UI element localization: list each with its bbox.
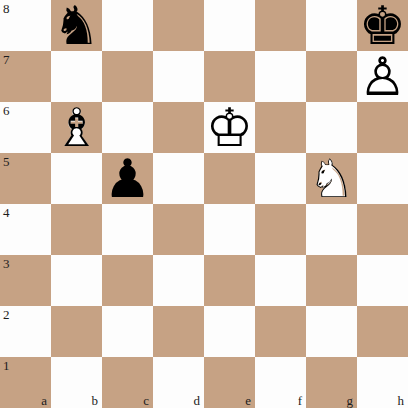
square-a5[interactable]: 5 bbox=[0, 153, 51, 204]
square-b3[interactable] bbox=[51, 255, 102, 306]
square-c3[interactable] bbox=[102, 255, 153, 306]
rank-label-8: 8 bbox=[3, 2, 10, 15]
black-piece-glyph: ♚ bbox=[357, 0, 408, 51]
square-g1[interactable]: g bbox=[306, 357, 357, 408]
file-label-h: h bbox=[398, 394, 405, 407]
square-d8[interactable] bbox=[153, 0, 204, 51]
square-c2[interactable] bbox=[102, 306, 153, 357]
piece-white-king[interactable]: ♚♔ bbox=[204, 102, 255, 153]
file-label-d: d bbox=[194, 394, 201, 407]
square-h6[interactable] bbox=[357, 102, 408, 153]
square-c1[interactable]: c bbox=[102, 357, 153, 408]
file-label-a: a bbox=[41, 394, 47, 407]
piece-white-knight[interactable]: ♞♘ bbox=[306, 153, 357, 204]
square-c8[interactable] bbox=[102, 0, 153, 51]
black-piece-glyph: ♞ bbox=[51, 0, 102, 51]
white-piece-outline: ♘ bbox=[306, 153, 357, 204]
rank-label-4: 4 bbox=[3, 206, 10, 219]
square-h4[interactable] bbox=[357, 204, 408, 255]
square-b5[interactable] bbox=[51, 153, 102, 204]
square-f1[interactable]: f bbox=[255, 357, 306, 408]
square-a7[interactable]: 7 bbox=[0, 51, 51, 102]
file-label-g: g bbox=[347, 394, 354, 407]
square-a2[interactable]: 2 bbox=[0, 306, 51, 357]
square-d1[interactable]: d bbox=[153, 357, 204, 408]
square-c6[interactable] bbox=[102, 102, 153, 153]
square-f7[interactable] bbox=[255, 51, 306, 102]
square-g3[interactable] bbox=[306, 255, 357, 306]
square-g8[interactable] bbox=[306, 0, 357, 51]
square-d6[interactable] bbox=[153, 102, 204, 153]
square-b8[interactable]: ♞ bbox=[51, 0, 102, 51]
square-h5[interactable] bbox=[357, 153, 408, 204]
square-f2[interactable] bbox=[255, 306, 306, 357]
square-c5[interactable]: ♟ bbox=[102, 153, 153, 204]
square-g2[interactable] bbox=[306, 306, 357, 357]
rank-label-2: 2 bbox=[3, 308, 10, 321]
square-h8[interactable]: ♚ bbox=[357, 0, 408, 51]
square-a1[interactable]: 1a bbox=[0, 357, 51, 408]
file-label-e: e bbox=[245, 394, 251, 407]
square-h1[interactable]: h bbox=[357, 357, 408, 408]
rank-label-1: 1 bbox=[3, 359, 10, 372]
square-b1[interactable]: b bbox=[51, 357, 102, 408]
square-f4[interactable] bbox=[255, 204, 306, 255]
square-a3[interactable]: 3 bbox=[0, 255, 51, 306]
square-d5[interactable] bbox=[153, 153, 204, 204]
square-d2[interactable] bbox=[153, 306, 204, 357]
square-h7[interactable]: ♟♙ bbox=[357, 51, 408, 102]
square-d7[interactable] bbox=[153, 51, 204, 102]
white-piece-outline: ♙ bbox=[357, 51, 408, 102]
square-g5[interactable]: ♞♘ bbox=[306, 153, 357, 204]
square-e7[interactable] bbox=[204, 51, 255, 102]
square-b2[interactable] bbox=[51, 306, 102, 357]
square-a4[interactable]: 4 bbox=[0, 204, 51, 255]
square-e2[interactable] bbox=[204, 306, 255, 357]
square-g7[interactable] bbox=[306, 51, 357, 102]
square-g4[interactable] bbox=[306, 204, 357, 255]
square-e6[interactable]: ♚♔ bbox=[204, 102, 255, 153]
piece-black-pawn[interactable]: ♟ bbox=[102, 153, 153, 204]
white-piece-outline: ♔ bbox=[204, 102, 255, 153]
square-e1[interactable]: e bbox=[204, 357, 255, 408]
white-piece-outline: ♗ bbox=[51, 102, 102, 153]
square-e8[interactable] bbox=[204, 0, 255, 51]
square-e4[interactable] bbox=[204, 204, 255, 255]
square-e3[interactable] bbox=[204, 255, 255, 306]
rank-label-7: 7 bbox=[3, 53, 10, 66]
file-label-b: b bbox=[92, 394, 99, 407]
square-e5[interactable] bbox=[204, 153, 255, 204]
square-a6[interactable]: 6 bbox=[0, 102, 51, 153]
square-b6[interactable]: ♝♗ bbox=[51, 102, 102, 153]
square-c4[interactable] bbox=[102, 204, 153, 255]
square-d3[interactable] bbox=[153, 255, 204, 306]
square-h3[interactable] bbox=[357, 255, 408, 306]
square-f6[interactable] bbox=[255, 102, 306, 153]
rank-label-6: 6 bbox=[3, 104, 10, 117]
square-g6[interactable] bbox=[306, 102, 357, 153]
rank-label-3: 3 bbox=[3, 257, 10, 270]
black-piece-glyph: ♟ bbox=[102, 153, 153, 204]
rank-label-5: 5 bbox=[3, 155, 10, 168]
square-a8[interactable]: 8 bbox=[0, 0, 51, 51]
piece-white-bishop[interactable]: ♝♗ bbox=[51, 102, 102, 153]
square-b7[interactable] bbox=[51, 51, 102, 102]
piece-white-pawn[interactable]: ♟♙ bbox=[357, 51, 408, 102]
square-d4[interactable] bbox=[153, 204, 204, 255]
chess-board: 8♞♚7♟♙6♝♗♚♔5♟♞♘4321abcdefgh bbox=[0, 0, 408, 408]
square-b4[interactable] bbox=[51, 204, 102, 255]
square-h2[interactable] bbox=[357, 306, 408, 357]
square-f5[interactable] bbox=[255, 153, 306, 204]
piece-black-king[interactable]: ♚ bbox=[357, 0, 408, 51]
square-f8[interactable] bbox=[255, 0, 306, 51]
square-f3[interactable] bbox=[255, 255, 306, 306]
file-label-c: c bbox=[143, 394, 149, 407]
piece-black-knight[interactable]: ♞ bbox=[51, 0, 102, 51]
square-c7[interactable] bbox=[102, 51, 153, 102]
file-label-f: f bbox=[298, 394, 302, 407]
